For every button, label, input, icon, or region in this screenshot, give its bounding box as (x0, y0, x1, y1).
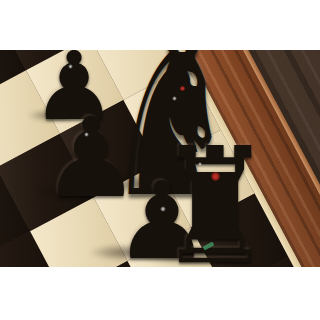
specular-glint (68, 64, 73, 69)
rook-glyph: ♜ (158, 127, 273, 267)
specular-glint (160, 206, 166, 212)
rook-red-crown-stamp (211, 172, 220, 181)
specular-glint (198, 162, 202, 166)
specular-glint (172, 96, 177, 101)
specular-glint (84, 132, 89, 137)
knight-red-eye (180, 86, 185, 91)
chess-photo: ♟♟♞♟♜ (0, 50, 320, 267)
pieces-layer: ♟♟♞♟♜ (0, 50, 320, 267)
